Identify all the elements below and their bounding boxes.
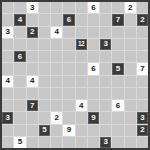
cell-r3-c8[interactable]: 3 [100, 39, 111, 50]
cell-r9-c5[interactable] [63, 112, 74, 123]
cell-r6-c1[interactable] [14, 76, 25, 87]
cell-r3-c6[interactable]: 12 [76, 39, 87, 50]
cell-r0-c0[interactable] [2, 2, 13, 13]
cell-r8-c7[interactable] [88, 100, 99, 111]
cell-r2-c2[interactable]: 2 [27, 27, 38, 38]
cell-r3-c11[interactable] [137, 39, 148, 50]
cell-r11-c3[interactable] [39, 137, 50, 148]
cell-r6-c2[interactable]: 4 [27, 76, 38, 87]
cell-r3-c5[interactable] [63, 39, 74, 50]
cell-r5-c0[interactable] [2, 63, 13, 74]
cell-r7-c9[interactable] [112, 88, 123, 99]
cell-r4-c5[interactable] [63, 51, 74, 62]
cell-r3-c10[interactable] [125, 39, 136, 50]
cell-r3-c3[interactable] [39, 39, 50, 50]
cell-r5-c10[interactable] [125, 63, 136, 74]
cell-r10-c6[interactable] [76, 125, 87, 136]
cell-r1-c3[interactable] [39, 14, 50, 25]
cell-r6-c10[interactable] [125, 76, 136, 87]
cell-r2-c7[interactable] [88, 27, 99, 38]
cell-r11-c5[interactable] [63, 137, 74, 148]
cell-r8-c10[interactable] [125, 100, 136, 111]
cell-r4-c8[interactable] [100, 51, 111, 62]
cell-r9-c0[interactable]: 3 [2, 112, 13, 123]
cell-r2-c11[interactable] [137, 27, 148, 38]
cell-r7-c6[interactable] [76, 88, 87, 99]
cell-r1-c10[interactable] [125, 14, 136, 25]
cell-r9-c3[interactable] [39, 112, 50, 123]
cell-r5-c8[interactable] [100, 63, 111, 74]
cell-r8-c2[interactable]: 7 [27, 100, 38, 111]
cell-r6-c6[interactable] [76, 76, 87, 87]
cell-r6-c4[interactable] [51, 76, 62, 87]
cell-r6-c9[interactable] [112, 76, 123, 87]
cell-r8-c9[interactable]: 6 [112, 100, 123, 111]
cell-r1-c4[interactable] [51, 14, 62, 25]
cell-r5-c2[interactable] [27, 63, 38, 74]
cell-r1-c9[interactable]: 7 [112, 14, 123, 25]
cell-r10-c5[interactable]: 9 [63, 125, 74, 136]
cell-r6-c7[interactable] [88, 76, 99, 87]
cell-r4-c11[interactable] [137, 51, 148, 62]
cell-r11-c11[interactable] [137, 137, 148, 148]
cell-r5-c4[interactable] [51, 63, 62, 74]
cell-r0-c3[interactable] [39, 2, 50, 13]
cell-r1-c0[interactable] [2, 14, 13, 25]
cell-r2-c1[interactable] [14, 27, 25, 38]
cell-r11-c10[interactable] [125, 137, 136, 148]
cell-r2-c10[interactable] [125, 27, 136, 38]
cell-r11-c0[interactable] [2, 137, 13, 148]
cell-r8-c3[interactable] [39, 100, 50, 111]
cell-r1-c1[interactable]: 4 [14, 14, 25, 25]
cell-r1-c11[interactable]: 2 [137, 14, 148, 25]
cell-r2-c9[interactable] [112, 27, 123, 38]
cell-r7-c1[interactable] [14, 88, 25, 99]
cell-r9-c9[interactable] [112, 112, 123, 123]
cell-r0-c10[interactable]: 2 [125, 2, 136, 13]
cell-r11-c2[interactable] [27, 137, 38, 148]
cell-r7-c10[interactable] [125, 88, 136, 99]
cell-r0-c7[interactable]: 6 [88, 2, 99, 13]
cell-r9-c1[interactable] [14, 112, 25, 123]
cell-r0-c8[interactable] [100, 2, 111, 13]
cell-r8-c1[interactable] [14, 100, 25, 111]
cell-r8-c6[interactable]: 4 [76, 100, 87, 111]
cell-r9-c4[interactable]: 2 [51, 112, 62, 123]
cell-r1-c7[interactable] [88, 14, 99, 25]
cell-r1-c6[interactable] [76, 14, 87, 25]
cell-r9-c8[interactable] [100, 112, 111, 123]
cell-r2-c0[interactable]: 3 [2, 27, 13, 38]
puzzle-board: 3624672324123665744746329359253 [0, 0, 150, 150]
cell-r8-c8[interactable] [100, 100, 111, 111]
cell-r10-c9[interactable] [112, 125, 123, 136]
cell-r6-c0[interactable]: 4 [2, 76, 13, 87]
cell-r3-c7[interactable] [88, 39, 99, 50]
cell-r9-c6[interactable] [76, 112, 87, 123]
cell-r7-c5[interactable] [63, 88, 74, 99]
cell-r4-c4[interactable] [51, 51, 62, 62]
cell-r7-c7[interactable] [88, 88, 99, 99]
cell-r7-c0[interactable] [2, 88, 13, 99]
cell-r10-c3[interactable]: 5 [39, 125, 50, 136]
cell-r9-c10[interactable] [125, 112, 136, 123]
cell-r10-c0[interactable] [2, 125, 13, 136]
cell-r8-c5[interactable] [63, 100, 74, 111]
cell-r7-c2[interactable] [27, 88, 38, 99]
cell-r10-c10[interactable] [125, 125, 136, 136]
cell-r3-c4[interactable] [51, 39, 62, 50]
cell-r10-c2[interactable] [27, 125, 38, 136]
cell-r0-c4[interactable] [51, 2, 62, 13]
cell-r5-c11[interactable]: 7 [137, 63, 148, 74]
cell-r10-c1[interactable] [14, 125, 25, 136]
cell-r7-c8[interactable] [100, 88, 111, 99]
cell-r2-c5[interactable] [63, 27, 74, 38]
cell-r0-c1[interactable] [14, 2, 25, 13]
cell-r3-c0[interactable] [2, 39, 13, 50]
cell-r4-c7[interactable] [88, 51, 99, 62]
cell-r11-c1[interactable]: 5 [14, 137, 25, 148]
cell-r11-c7[interactable] [88, 137, 99, 148]
cell-r9-c7[interactable]: 9 [88, 112, 99, 123]
cell-r1-c8[interactable] [100, 14, 111, 25]
cell-r8-c4[interactable] [51, 100, 62, 111]
cell-r4-c0[interactable] [2, 51, 13, 62]
cell-r0-c11[interactable] [137, 2, 148, 13]
cell-r6-c3[interactable] [39, 76, 50, 87]
cell-r9-c11[interactable]: 3 [137, 112, 148, 123]
cell-r11-c8[interactable]: 3 [100, 137, 111, 148]
cell-r7-c4[interactable] [51, 88, 62, 99]
cell-r10-c8[interactable] [100, 125, 111, 136]
cell-r0-c6[interactable] [76, 2, 87, 13]
cell-r5-c5[interactable] [63, 63, 74, 74]
cell-r11-c6[interactable] [76, 137, 87, 148]
cell-r6-c8[interactable] [100, 76, 111, 87]
cell-r5-c6[interactable] [76, 63, 87, 74]
cell-r3-c9[interactable] [112, 39, 123, 50]
cell-r9-c2[interactable] [27, 112, 38, 123]
cell-r1-c5[interactable]: 6 [63, 14, 74, 25]
cell-r2-c4[interactable]: 4 [51, 27, 62, 38]
cell-r10-c7[interactable] [88, 125, 99, 136]
cell-r3-c2[interactable] [27, 39, 38, 50]
cell-r4-c1[interactable]: 6 [14, 51, 25, 62]
cell-r6-c5[interactable] [63, 76, 74, 87]
cell-r0-c5[interactable] [63, 2, 74, 13]
cell-r5-c1[interactable] [14, 63, 25, 74]
cell-r10-c11[interactable]: 2 [137, 125, 148, 136]
cell-r0-c2[interactable]: 3 [27, 2, 38, 13]
cell-r5-c7[interactable]: 6 [88, 63, 99, 74]
cell-r11-c4[interactable] [51, 137, 62, 148]
cell-r2-c8[interactable] [100, 27, 111, 38]
cell-r8-c11[interactable] [137, 100, 148, 111]
cell-r5-c3[interactable] [39, 63, 50, 74]
cell-r11-c9[interactable] [112, 137, 123, 148]
cell-r7-c3[interactable] [39, 88, 50, 99]
cell-r1-c2[interactable] [27, 14, 38, 25]
cell-r6-c11[interactable] [137, 76, 148, 87]
cell-r8-c0[interactable] [2, 100, 13, 111]
cell-r4-c3[interactable] [39, 51, 50, 62]
cell-r0-c9[interactable] [112, 2, 123, 13]
cell-r2-c3[interactable] [39, 27, 50, 38]
cell-r7-c11[interactable] [137, 88, 148, 99]
cell-r4-c9[interactable] [112, 51, 123, 62]
cell-r4-c6[interactable] [76, 51, 87, 62]
cell-r4-c10[interactable] [125, 51, 136, 62]
cell-r10-c4[interactable] [51, 125, 62, 136]
cell-r4-c2[interactable] [27, 51, 38, 62]
cell-r5-c9[interactable]: 5 [112, 63, 123, 74]
cell-r3-c1[interactable] [14, 39, 25, 50]
cell-r2-c6[interactable] [76, 27, 87, 38]
